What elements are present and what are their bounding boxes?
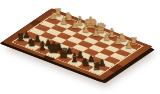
piece-white-pawn[interactable]: ♟ [103, 33, 111, 42]
board-frame: ♜♞♝♚♛♝♞♜♟♟♟♟♟♟♟♟♟♟♟♟♟♟♟♟♜♞♝♚♛♝♞♜ [2, 8, 153, 80]
piece-white-pawn[interactable]: ♟ [71, 21, 79, 30]
piece-white-pawn[interactable]: ♟ [113, 37, 121, 46]
piece-white-pawn[interactable]: ♟ [81, 25, 89, 34]
piece-black-rook[interactable]: ♜ [17, 33, 26, 43]
chess-set-photo: ♜♞♝♚♛♝♞♜♟♟♟♟♟♟♟♟♟♟♟♟♟♟♟♟♜♞♝♚♛♝♞♜ [0, 0, 160, 94]
piece-white-pawn[interactable]: ♟ [92, 29, 100, 38]
chess-board: ♜♞♝♚♛♝♞♜♟♟♟♟♟♟♟♟♟♟♟♟♟♟♟♟♜♞♝♚♛♝♞♜ [2, 8, 153, 80]
piece-black-knight[interactable]: ♞ [27, 37, 37, 48]
piece-black-knight[interactable]: ♞ [81, 57, 91, 68]
piece-black-bishop[interactable]: ♝ [70, 52, 81, 64]
piece-white-pawn[interactable]: ♟ [60, 17, 68, 26]
piece-white-pawn[interactable]: ♟ [49, 13, 57, 22]
board-grid: ♜♞♝♚♛♝♞♜♟♟♟♟♟♟♟♟♟♟♟♟♟♟♟♟♜♞♝♚♛♝♞♜ [13, 13, 141, 75]
piece-black-rook[interactable]: ♜ [92, 62, 101, 72]
piece-white-pawn[interactable]: ♟ [124, 41, 132, 50]
